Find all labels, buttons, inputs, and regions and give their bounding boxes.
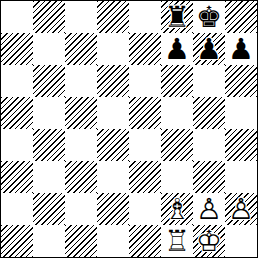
square-e6[interactable] [129,65,161,97]
square-g5[interactable] [193,97,225,129]
black-pawn-piece: ♟ [225,33,257,65]
white-pawn-piece: ♟♙ [225,193,257,225]
white-rook-piece-outline: ♖ [161,225,193,257]
square-d4[interactable] [97,129,129,161]
black-pawn-piece: ♟ [161,33,193,65]
square-f8[interactable]: ♜ [161,1,193,33]
square-c4[interactable] [65,129,97,161]
white-rook-piece: ♜♖ [161,225,193,257]
black-pawn-piece-glyph: ♟ [225,33,257,65]
square-c7[interactable] [65,33,97,65]
white-king-piece: ♚♔ [193,225,225,257]
square-g3[interactable] [193,161,225,193]
square-c5[interactable] [65,97,97,129]
square-d2[interactable] [97,193,129,225]
square-b3[interactable] [33,161,65,193]
square-d1[interactable] [97,225,129,257]
square-f3[interactable] [161,161,193,193]
black-king-piece-glyph: ♚ [193,1,225,33]
square-c6[interactable] [65,65,97,97]
square-b5[interactable] [33,97,65,129]
white-bishop-piece: ♝♗ [161,193,193,225]
square-e2[interactable] [129,193,161,225]
white-bishop-piece-outline: ♗ [161,193,193,225]
square-h1[interactable] [225,225,257,257]
square-g8[interactable]: ♚ [193,1,225,33]
square-a1[interactable] [1,225,33,257]
black-pawn-piece-glyph: ♟ [161,33,193,65]
square-d7[interactable] [97,33,129,65]
square-e7[interactable] [129,33,161,65]
square-f7[interactable]: ♟ [161,33,193,65]
white-pawn-piece-outline: ♙ [225,193,257,225]
square-f4[interactable] [161,129,193,161]
square-b2[interactable] [33,193,65,225]
square-e5[interactable] [129,97,161,129]
square-a2[interactable] [1,193,33,225]
square-a8[interactable] [1,1,33,33]
square-f2[interactable]: ♝♗ [161,193,193,225]
white-pawn-piece-outline: ♙ [193,193,225,225]
black-king-piece: ♚ [193,1,225,33]
black-pawn-piece-glyph: ♟ [193,33,225,65]
black-pawn-piece: ♟ [193,33,225,65]
square-a6[interactable] [1,65,33,97]
square-b6[interactable] [33,65,65,97]
square-b1[interactable] [33,225,65,257]
white-pawn-piece: ♟♙ [193,193,225,225]
square-g4[interactable] [193,129,225,161]
black-rook-piece-glyph: ♜ [161,1,193,33]
white-king-piece-outline: ♔ [193,225,225,257]
square-c8[interactable] [65,1,97,33]
square-a7[interactable] [1,33,33,65]
square-g6[interactable] [193,65,225,97]
square-e1[interactable] [129,225,161,257]
square-c2[interactable] [65,193,97,225]
square-g2[interactable]: ♟♙ [193,193,225,225]
square-b4[interactable] [33,129,65,161]
square-b8[interactable] [33,1,65,33]
square-g7[interactable]: ♟ [193,33,225,65]
chess-board: ♜♚♟♟♟♝♗♟♙♟♙♜♖♚♔ [1,1,257,257]
chess-diagram: ♜♚♟♟♟♝♗♟♙♟♙♜♖♚♔ [0,0,258,258]
black-rook-piece: ♜ [161,1,193,33]
square-f5[interactable] [161,97,193,129]
square-a4[interactable] [1,129,33,161]
square-a3[interactable] [1,161,33,193]
square-h6[interactable] [225,65,257,97]
square-e4[interactable] [129,129,161,161]
square-h4[interactable] [225,129,257,161]
square-h7[interactable]: ♟ [225,33,257,65]
square-d3[interactable] [97,161,129,193]
square-c1[interactable] [65,225,97,257]
square-e8[interactable] [129,1,161,33]
square-h2[interactable]: ♟♙ [225,193,257,225]
square-f6[interactable] [161,65,193,97]
square-b7[interactable] [33,33,65,65]
square-d6[interactable] [97,65,129,97]
square-a5[interactable] [1,97,33,129]
square-f1[interactable]: ♜♖ [161,225,193,257]
square-d5[interactable] [97,97,129,129]
square-e3[interactable] [129,161,161,193]
square-d8[interactable] [97,1,129,33]
square-h3[interactable] [225,161,257,193]
square-c3[interactable] [65,161,97,193]
square-g1[interactable]: ♚♔ [193,225,225,257]
square-h8[interactable] [225,1,257,33]
square-h5[interactable] [225,97,257,129]
